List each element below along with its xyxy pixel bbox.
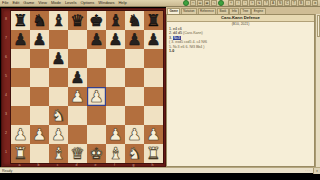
white-piece-e1[interactable]: ♚ <box>87 144 106 163</box>
move-text[interactable]: 5. Nc3 e6 6. Nf3 Bb4 ) <box>169 45 205 49</box>
square-f4[interactable] <box>106 87 125 106</box>
black-piece-d8[interactable]: ♛ <box>68 11 87 30</box>
square-e6[interactable] <box>87 49 106 68</box>
square-d6[interactable] <box>68 49 87 68</box>
square-d5[interactable]: ♟ <box>68 68 87 87</box>
square-g7[interactable]: ♟ <box>125 30 144 49</box>
white-piece-b2[interactable]: ♟ <box>30 125 49 144</box>
status-bar: Ready · · · ▾ <box>0 167 320 173</box>
square-e1[interactable]: ♚ <box>87 144 106 163</box>
black-piece-h7[interactable]: ♟ <box>144 30 163 49</box>
hint-icon[interactable]: ? <box>263 0 269 6</box>
square-b2[interactable]: ♟ <box>30 125 49 144</box>
square-g6[interactable] <box>125 49 144 68</box>
square-d4[interactable]: ♟ <box>68 87 87 106</box>
square-h3[interactable] <box>144 106 163 125</box>
menu-file[interactable]: File <box>2 0 8 6</box>
move-text[interactable]: 1. e4 c6 <box>169 27 182 31</box>
status-text: Ready <box>2 169 12 173</box>
square-f1[interactable]: ♝ <box>106 144 125 163</box>
status-grip: · · · <box>305 169 310 173</box>
square-e4[interactable]: ♟ <box>87 87 106 106</box>
square-a4[interactable] <box>11 87 30 106</box>
notation-line-6: 1-0 <box>169 49 312 53</box>
square-c7[interactable] <box>49 30 68 49</box>
black-piece-e7[interactable]: ♟ <box>87 30 106 49</box>
white-piece-a2[interactable]: ♟ <box>11 125 30 144</box>
menu-bar: FileEditGameViewModeLevelsOptionsWindows… <box>0 0 320 7</box>
tree-icon[interactable]: T <box>291 0 297 6</box>
square-f3[interactable] <box>106 106 125 125</box>
black-piece-a7[interactable]: ♟ <box>11 30 30 49</box>
open-database-icon[interactable]: ▤ <box>197 0 203 6</box>
black-piece-g7[interactable]: ♟ <box>125 30 144 49</box>
edit-position-icon[interactable]: ✎ <box>211 0 217 6</box>
move-text[interactable]: 1-0 <box>169 49 174 53</box>
square-e7[interactable]: ♟ <box>87 30 106 49</box>
white-piece-e4[interactable]: ♟ <box>87 87 106 106</box>
square-c2[interactable]: ♟ <box>49 125 68 144</box>
square-b5[interactable] <box>30 68 49 87</box>
rank-label-5: 5 <box>3 67 9 86</box>
annotate-icon[interactable]: N <box>277 0 283 6</box>
square-b3[interactable] <box>30 106 49 125</box>
rank-label-8: 8 <box>3 10 9 29</box>
square-b7[interactable]: ♟ <box>30 30 49 49</box>
rank-label-3: 3 <box>3 105 9 124</box>
white-piece-f1[interactable]: ♝ <box>106 144 125 163</box>
square-c8[interactable]: ♝ <box>49 11 68 30</box>
scroll-down-icon[interactable]: ▾ <box>313 168 320 174</box>
square-c5[interactable] <box>49 68 68 87</box>
black-piece-a8[interactable]: ♜ <box>11 11 30 30</box>
panel-scrollbar[interactable] <box>315 14 320 167</box>
engine-play-icon[interactable] <box>218 0 224 6</box>
engine-on-icon[interactable] <box>183 0 189 6</box>
rank-label-4: 4 <box>3 86 9 105</box>
square-g5[interactable] <box>125 68 144 87</box>
menu-help[interactable]: Help <box>118 0 126 6</box>
square-a1[interactable]: ♜ <box>11 144 30 163</box>
square-a5[interactable] <box>11 68 30 87</box>
new-game-icon[interactable]: ▢ <box>190 0 196 6</box>
black-piece-f8[interactable]: ♝ <box>106 11 125 30</box>
clock-icon[interactable]: ◔ <box>305 0 311 6</box>
next-move-icon[interactable]: › <box>242 0 248 6</box>
notation-content: Caro-Kann Defence (B10, 2021) 1. e4 c62.… <box>166 14 315 167</box>
board-frame: 87654321 ♜♞♝♛♚♝♞♜♟♟♟♟♟♟♟♟♟♟♞♟♟♟♟♟♟♜♝♛♚♝♞… <box>1 8 166 167</box>
comment-icon[interactable]: C <box>284 0 290 6</box>
white-piece-h2[interactable]: ♟ <box>144 125 163 144</box>
toolbar-group: «‹›»⇅?ANCTB◔⚙ <box>228 0 318 6</box>
move-text[interactable]: (Caro-Kann) <box>183 31 203 35</box>
settings-icon[interactable]: ⚙ <box>312 0 318 6</box>
chess-gui-window: { "game": "chess", "position": { "fen": … <box>0 0 320 180</box>
rank-label-7: 7 <box>3 29 9 48</box>
white-piece-a1[interactable]: ♜ <box>11 144 30 163</box>
square-a8[interactable]: ♜ <box>11 11 30 30</box>
save-game-icon[interactable]: ▦ <box>204 0 210 6</box>
black-piece-e8[interactable]: ♚ <box>87 11 106 30</box>
current-move[interactable]: Nc3 <box>173 36 181 40</box>
square-c4[interactable] <box>49 87 68 106</box>
black-piece-b8[interactable]: ♞ <box>30 11 49 30</box>
square-h4[interactable] <box>144 87 163 106</box>
menu-view[interactable]: View <box>38 0 47 6</box>
square-f8[interactable]: ♝ <box>106 11 125 30</box>
square-a2[interactable]: ♟ <box>11 125 30 144</box>
rank-labels: 87654321 <box>3 10 9 162</box>
square-e5[interactable] <box>87 68 106 87</box>
black-piece-g8[interactable]: ♞ <box>125 11 144 30</box>
book-icon[interactable]: B <box>298 0 304 6</box>
white-piece-h1[interactable]: ♜ <box>144 144 163 163</box>
square-a6[interactable] <box>11 49 30 68</box>
square-h2[interactable]: ♟ <box>144 125 163 144</box>
square-e8[interactable]: ♚ <box>87 11 106 30</box>
black-piece-d5[interactable]: ♟ <box>68 68 87 87</box>
white-piece-d1[interactable]: ♛ <box>68 144 87 163</box>
rank-label-6: 6 <box>3 48 9 67</box>
rank-label-1: 1 <box>3 143 9 162</box>
white-piece-c2[interactable]: ♟ <box>49 125 68 144</box>
square-f5[interactable] <box>106 68 125 87</box>
square-f7[interactable]: ♟ <box>106 30 125 49</box>
square-f2[interactable]: ♟ <box>106 125 125 144</box>
black-piece-c6[interactable]: ♟ <box>49 49 68 68</box>
white-piece-d4[interactable]: ♟ <box>68 87 87 106</box>
panel-tabs: GameNotationReferenceBookInfoTreeEngine <box>166 7 320 14</box>
square-c6[interactable]: ♟ <box>49 49 68 68</box>
square-h1[interactable]: ♜ <box>144 144 163 163</box>
square-d3[interactable] <box>68 106 87 125</box>
square-h5[interactable] <box>144 68 163 87</box>
prev-move-icon[interactable]: ‹ <box>235 0 241 6</box>
black-piece-f7[interactable]: ♟ <box>106 30 125 49</box>
square-c1[interactable]: ♝ <box>49 144 68 163</box>
move-list[interactable]: 1. e4 c62. d4 d5 (Caro-Kann)3. Nc3( 3. e… <box>167 26 314 55</box>
menu-windows[interactable]: Windows <box>98 0 114 6</box>
square-h7[interactable]: ♟ <box>144 30 163 49</box>
square-a7[interactable]: ♟ <box>11 30 30 49</box>
move-text[interactable]: ( 3. exd5 cxd5 4. c4 Nf6 <box>169 40 207 44</box>
square-g8[interactable]: ♞ <box>125 11 144 30</box>
white-piece-f2[interactable]: ♟ <box>106 125 125 144</box>
rank-label-2: 2 <box>3 124 9 143</box>
square-e2[interactable] <box>87 125 106 144</box>
square-g1[interactable]: ♞ <box>125 144 144 163</box>
square-d2[interactable] <box>68 125 87 144</box>
square-g2[interactable]: ♟ <box>125 125 144 144</box>
menu-game[interactable]: Game <box>23 0 34 6</box>
square-g4[interactable] <box>125 87 144 106</box>
square-b6[interactable] <box>30 49 49 68</box>
square-b1[interactable] <box>30 144 49 163</box>
chess-board[interactable]: ♜♞♝♛♚♝♞♜♟♟♟♟♟♟♟♟♟♟♞♟♟♟♟♟♟♜♝♛♚♝♞♜ <box>10 10 164 164</box>
white-piece-c3[interactable]: ♞ <box>49 106 68 125</box>
toolbar-group: ▢▤▦✎ <box>183 0 224 6</box>
move-text[interactable]: 2. d4 d5 <box>169 31 183 35</box>
square-d1[interactable]: ♛ <box>68 144 87 163</box>
menu-mode[interactable]: Mode <box>51 0 61 6</box>
square-g3[interactable] <box>125 106 144 125</box>
first-move-icon[interactable]: « <box>228 0 234 6</box>
square-d8[interactable]: ♛ <box>68 11 87 30</box>
square-f6[interactable] <box>106 49 125 68</box>
scrollbar-thumb[interactable] <box>317 15 320 37</box>
analyze-icon[interactable]: A <box>270 0 276 6</box>
square-a3[interactable] <box>11 106 30 125</box>
menu-edit[interactable]: Edit <box>12 0 19 6</box>
square-c3[interactable]: ♞ <box>49 106 68 125</box>
white-piece-g1[interactable]: ♞ <box>125 144 144 163</box>
square-h6[interactable] <box>144 49 163 68</box>
toolbar: ▢▤▦✎«‹›»⇅?ANCTB◔⚙ <box>183 0 318 6</box>
flip-board-icon[interactable]: ⇅ <box>256 0 262 6</box>
white-piece-c1[interactable]: ♝ <box>49 144 68 163</box>
square-e3[interactable] <box>87 106 106 125</box>
menu-levels[interactable]: Levels <box>65 0 77 6</box>
square-b4[interactable] <box>30 87 49 106</box>
black-piece-b7[interactable]: ♟ <box>30 30 49 49</box>
white-piece-g2[interactable]: ♟ <box>125 125 144 144</box>
black-piece-h8[interactable]: ♜ <box>144 11 163 30</box>
menu-options[interactable]: Options <box>80 0 94 6</box>
square-b8[interactable]: ♞ <box>30 11 49 30</box>
last-move-icon[interactable]: » <box>249 0 255 6</box>
square-h8[interactable]: ♜ <box>144 11 163 30</box>
menu-bar-items: FileEditGameViewModeLevelsOptionsWindows… <box>2 0 131 6</box>
notation-panel: GameNotationReferenceBookInfoTreeEngine … <box>166 7 320 167</box>
black-piece-c8[interactable]: ♝ <box>49 11 68 30</box>
square-d7[interactable] <box>68 30 87 49</box>
